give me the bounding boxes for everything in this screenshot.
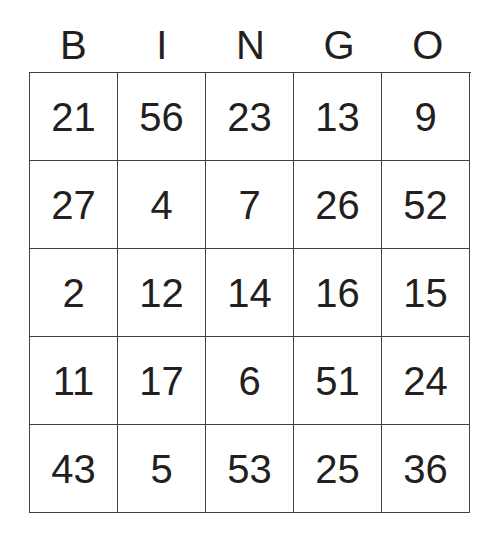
bingo-cell-r3c4[interactable]: 16 bbox=[294, 249, 382, 337]
bingo-cell-r2c1[interactable]: 27 bbox=[30, 161, 118, 249]
bingo-cell-r2c2[interactable]: 4 bbox=[118, 161, 206, 249]
bingo-cell-r4c5[interactable]: 24 bbox=[382, 337, 470, 425]
header-letter-n: N bbox=[206, 25, 295, 72]
bingo-cell-r1c4[interactable]: 13 bbox=[294, 73, 382, 161]
bingo-cell-r4c2[interactable]: 17 bbox=[118, 337, 206, 425]
bingo-cell-r5c4[interactable]: 25 bbox=[294, 425, 382, 513]
bingo-cell-r2c4[interactable]: 26 bbox=[294, 161, 382, 249]
bingo-cell-r1c1[interactable]: 21 bbox=[30, 73, 118, 161]
bingo-cell-r5c1[interactable]: 43 bbox=[30, 425, 118, 513]
bingo-cell-r5c2[interactable]: 5 bbox=[118, 425, 206, 513]
bingo-cell-r1c3[interactable]: 23 bbox=[206, 73, 294, 161]
bingo-cell-r3c1[interactable]: 2 bbox=[30, 249, 118, 337]
bingo-cell-r1c5[interactable]: 9 bbox=[382, 73, 470, 161]
header-letter-i: I bbox=[118, 25, 207, 72]
bingo-header: B I N G O bbox=[29, 0, 472, 72]
header-letter-b: B bbox=[29, 25, 118, 72]
bingo-cell-r4c1[interactable]: 11 bbox=[30, 337, 118, 425]
bingo-cell-r5c5[interactable]: 36 bbox=[382, 425, 470, 513]
bingo-cell-r3c5[interactable]: 15 bbox=[382, 249, 470, 337]
bingo-cell-r4c3[interactable]: 6 bbox=[206, 337, 294, 425]
bingo-grid: 21 56 23 13 9 27 4 7 26 52 2 12 14 16 15… bbox=[29, 72, 471, 513]
bingo-cell-r4c4[interactable]: 51 bbox=[294, 337, 382, 425]
bingo-cell-r2c5[interactable]: 52 bbox=[382, 161, 470, 249]
header-letter-o: O bbox=[383, 25, 472, 72]
bingo-cell-r5c3[interactable]: 53 bbox=[206, 425, 294, 513]
header-letter-g: G bbox=[295, 25, 384, 72]
bingo-cell-r1c2[interactable]: 56 bbox=[118, 73, 206, 161]
bingo-cell-r3c3[interactable]: 14 bbox=[206, 249, 294, 337]
bingo-card: B I N G O 21 56 23 13 9 27 4 7 26 52 2 1… bbox=[0, 0, 500, 544]
bingo-cell-r3c2[interactable]: 12 bbox=[118, 249, 206, 337]
bingo-cell-r2c3[interactable]: 7 bbox=[206, 161, 294, 249]
